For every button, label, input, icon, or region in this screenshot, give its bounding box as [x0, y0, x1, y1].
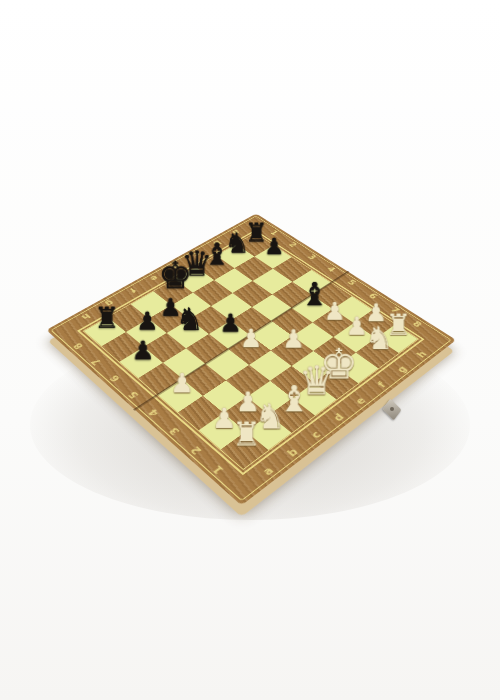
board-scene: ♜♚♛♝♞♜♟♟♟♟♞♟♟♟♝♟♟♟♟♟♟♜♞♝♛♚♞♜ ahbgcfdeedf… [105, 190, 395, 480]
piece-white-P-e3[interactable]: ♟ [282, 327, 305, 353]
piece-black-P-b7[interactable]: ♟ [136, 309, 158, 334]
piece-black-R-a8[interactable]: ♜ [93, 304, 119, 333]
piece-white-N-g1[interactable]: ♞ [365, 323, 393, 355]
piece-black-K-d8[interactable]: ♚ [158, 256, 192, 294]
piece-white-P-d4[interactable]: ♟ [240, 326, 263, 351]
piece-white-P-a4[interactable]: ♟ [170, 370, 194, 397]
clasp-pin [390, 407, 394, 411]
chess-board[interactable]: ♜♚♛♝♞♜♟♟♟♟♞♟♟♟♝♟♟♟♟♟♟♜♞♝♛♚♞♜ ahbgcfdeedf… [46, 214, 456, 506]
board-grid[interactable]: ♜♚♛♝♞♜♟♟♟♟♞♟♟♟♝♟♟♟♟♟♟♜♞♝♛♚♞♜ [83, 233, 419, 470]
piece-black-P-h7[interactable]: ♟ [264, 235, 284, 258]
piece-black-P-a6[interactable]: ♟ [131, 338, 154, 364]
piece-black-N-c6[interactable]: ♞ [176, 304, 204, 335]
metal-clasp[interactable] [383, 402, 401, 417]
piece-white-P-g3[interactable]: ♟ [324, 299, 346, 324]
product-photo-chess-set: ♜♚♛♝♞♜♟♟♟♟♞♟♟♟♝♟♟♟♟♟♟♜♞♝♛♚♞♜ ahbgcfdeedf… [0, 0, 500, 700]
piece-white-R-a1[interactable]: ♜ [232, 419, 262, 452]
